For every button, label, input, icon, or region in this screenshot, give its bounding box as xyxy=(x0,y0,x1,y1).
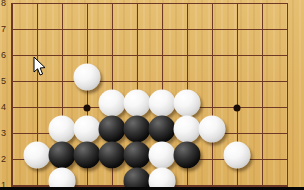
stone-white-H4[interactable] xyxy=(174,90,201,117)
row-label-5: 5 xyxy=(1,77,10,86)
star-point-K4 xyxy=(234,104,241,111)
stone-white-J3[interactable] xyxy=(199,116,226,143)
stone-white-B2[interactable] xyxy=(24,142,51,169)
stone-white-F4[interactable] xyxy=(124,90,151,117)
stone-black-F2[interactable] xyxy=(124,142,151,169)
row-label-8: 8 xyxy=(1,0,10,8)
stone-black-C2[interactable] xyxy=(49,142,76,169)
stone-white-C3[interactable] xyxy=(49,116,76,143)
row-label-7: 7 xyxy=(1,25,10,34)
star-point-D4 xyxy=(84,104,91,111)
stone-white-K2[interactable] xyxy=(224,142,251,169)
grid-hline-5 xyxy=(11,81,288,82)
go-board-screenshot: 87654321 xyxy=(0,0,304,190)
stone-white-E4[interactable] xyxy=(99,90,126,117)
row-label-4: 4 xyxy=(1,103,10,112)
row-label-2: 2 xyxy=(1,155,10,164)
grid-hline-7 xyxy=(11,29,288,30)
stone-black-D2[interactable] xyxy=(74,142,101,169)
stone-white-G2[interactable] xyxy=(149,142,176,169)
cursor-icon xyxy=(33,57,47,77)
row-label-3: 3 xyxy=(1,129,10,138)
stone-black-F3[interactable] xyxy=(124,116,151,143)
stone-black-E2[interactable] xyxy=(99,142,126,169)
row-label-6: 6 xyxy=(1,51,10,60)
letterbox-bar xyxy=(0,187,304,190)
grid-hline-6 xyxy=(11,55,288,56)
stone-white-D5[interactable] xyxy=(74,64,101,91)
stone-white-D3[interactable] xyxy=(74,116,101,143)
stone-white-H3[interactable] xyxy=(174,116,201,143)
grid-hline-8 xyxy=(11,3,288,4)
stone-black-G3[interactable] xyxy=(149,116,176,143)
stone-black-H2[interactable] xyxy=(174,142,201,169)
stone-black-E3[interactable] xyxy=(99,116,126,143)
stone-white-G4[interactable] xyxy=(149,90,176,117)
